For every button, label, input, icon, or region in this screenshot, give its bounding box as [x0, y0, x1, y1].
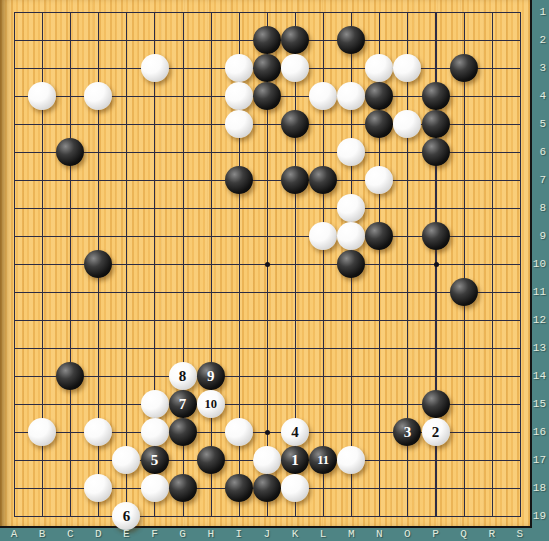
- column-label-A: A: [4, 528, 24, 541]
- column-label-R: R: [482, 528, 502, 541]
- row-label-3: 3: [530, 62, 546, 75]
- stone-white-M17[interactable]: [337, 446, 365, 474]
- stone-black-J3[interactable]: [253, 54, 281, 82]
- row-label-12: 12: [530, 314, 546, 327]
- column-label-D: D: [88, 528, 108, 541]
- star-point-P10: [434, 262, 439, 267]
- stone-black-P9[interactable]: [422, 222, 450, 250]
- stone-black-P15[interactable]: [422, 390, 450, 418]
- row-label-5: 5: [530, 118, 546, 131]
- column-label-N: N: [369, 528, 389, 541]
- column-label-M: M: [341, 528, 361, 541]
- move-number-label: 6: [123, 509, 131, 524]
- stone-white-M6[interactable]: [337, 138, 365, 166]
- star-point-J10: [265, 262, 270, 267]
- move-number-label: 11: [317, 454, 329, 467]
- row-label-1: 1: [530, 6, 546, 19]
- stone-black-H14[interactable]: 9: [197, 362, 225, 390]
- go-game-screen: 8971043251116 ABCDEFGHIJKLMNOPQRS1234567…: [0, 0, 549, 541]
- stone-white-E19[interactable]: 6: [112, 502, 140, 530]
- stone-white-B16[interactable]: [28, 418, 56, 446]
- column-label-P: P: [426, 528, 446, 541]
- column-label-E: E: [116, 528, 136, 541]
- move-number-label: 1: [291, 453, 299, 468]
- stone-black-M2[interactable]: [337, 26, 365, 54]
- row-label-15: 15: [530, 398, 546, 411]
- stone-white-L9[interactable]: [309, 222, 337, 250]
- move-number-label: 4: [291, 425, 299, 440]
- column-label-S: S: [510, 528, 530, 541]
- stone-white-K16[interactable]: 4: [281, 418, 309, 446]
- stone-black-F17[interactable]: 5: [141, 446, 169, 474]
- stone-black-Q3[interactable]: [450, 54, 478, 82]
- row-label-13: 13: [530, 342, 546, 355]
- stone-black-J18[interactable]: [253, 474, 281, 502]
- stone-white-K3[interactable]: [281, 54, 309, 82]
- row-label-11: 11: [530, 286, 546, 299]
- stone-white-I4[interactable]: [225, 82, 253, 110]
- row-label-16: 16: [530, 426, 546, 439]
- column-label-K: K: [285, 528, 305, 541]
- stone-black-M10[interactable]: [337, 250, 365, 278]
- stone-white-F16[interactable]: [141, 418, 169, 446]
- move-number-label: 2: [432, 425, 440, 440]
- column-label-L: L: [313, 528, 333, 541]
- move-number-label: 3: [404, 425, 412, 440]
- column-label-F: F: [145, 528, 165, 541]
- stone-black-G16[interactable]: [169, 418, 197, 446]
- stone-black-H17[interactable]: [197, 446, 225, 474]
- stone-black-P6[interactable]: [422, 138, 450, 166]
- move-number-label: 7: [179, 397, 187, 412]
- move-number-label: 9: [207, 369, 215, 384]
- row-label-6: 6: [530, 146, 546, 159]
- stone-black-K17[interactable]: 1: [281, 446, 309, 474]
- row-label-14: 14: [530, 370, 546, 383]
- stone-white-M8[interactable]: [337, 194, 365, 222]
- stone-black-I18[interactable]: [225, 474, 253, 502]
- stone-white-B4[interactable]: [28, 82, 56, 110]
- column-label-G: G: [173, 528, 193, 541]
- stone-white-I3[interactable]: [225, 54, 253, 82]
- column-label-I: I: [229, 528, 249, 541]
- row-label-8: 8: [530, 202, 546, 215]
- row-label-18: 18: [530, 482, 546, 495]
- row-label-2: 2: [530, 34, 546, 47]
- stone-black-G15[interactable]: 7: [169, 390, 197, 418]
- stone-white-H15[interactable]: 10: [197, 390, 225, 418]
- move-number-label: 5: [151, 453, 159, 468]
- stone-white-I16[interactable]: [225, 418, 253, 446]
- stone-white-M9[interactable]: [337, 222, 365, 250]
- stone-black-L17[interactable]: 11: [309, 446, 337, 474]
- stone-white-F18[interactable]: [141, 474, 169, 502]
- row-label-10: 10: [530, 258, 546, 271]
- stone-white-J17[interactable]: [253, 446, 281, 474]
- star-point-J16: [265, 430, 270, 435]
- stone-black-J2[interactable]: [253, 26, 281, 54]
- stone-black-G18[interactable]: [169, 474, 197, 502]
- column-label-Q: Q: [454, 528, 474, 541]
- stone-black-P4[interactable]: [422, 82, 450, 110]
- row-label-17: 17: [530, 454, 546, 467]
- stone-black-Q11[interactable]: [450, 278, 478, 306]
- stone-black-K2[interactable]: [281, 26, 309, 54]
- row-label-19: 19: [530, 510, 546, 523]
- column-label-H: H: [201, 528, 221, 541]
- stone-white-G14[interactable]: 8: [169, 362, 197, 390]
- go-board[interactable]: 8971043251116: [0, 0, 532, 528]
- stone-white-F15[interactable]: [141, 390, 169, 418]
- stone-white-L4[interactable]: [309, 82, 337, 110]
- stone-white-K18[interactable]: [281, 474, 309, 502]
- stone-white-P16[interactable]: 2: [422, 418, 450, 446]
- move-number-label: 8: [179, 369, 187, 384]
- stone-black-C6[interactable]: [56, 138, 84, 166]
- column-label-C: C: [60, 528, 80, 541]
- column-label-B: B: [32, 528, 52, 541]
- move-number-label: 10: [204, 398, 217, 411]
- stone-black-K7[interactable]: [281, 166, 309, 194]
- stone-black-P5[interactable]: [422, 110, 450, 138]
- stone-black-C14[interactable]: [56, 362, 84, 390]
- stone-white-F3[interactable]: [141, 54, 169, 82]
- stone-black-L7[interactable]: [309, 166, 337, 194]
- row-label-4: 4: [530, 90, 546, 103]
- stone-white-M4[interactable]: [337, 82, 365, 110]
- stone-white-I5[interactable]: [225, 110, 253, 138]
- row-label-9: 9: [530, 230, 546, 243]
- stone-black-I7[interactable]: [225, 166, 253, 194]
- stone-black-K5[interactable]: [281, 110, 309, 138]
- column-label-J: J: [257, 528, 277, 541]
- stone-black-J4[interactable]: [253, 82, 281, 110]
- column-label-O: O: [397, 528, 417, 541]
- row-label-7: 7: [530, 174, 546, 187]
